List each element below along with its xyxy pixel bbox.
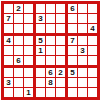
cell-r2c7-empty[interactable] (68, 14, 78, 24)
cell-r1c1-empty[interactable] (4, 4, 14, 14)
cell-r7c9-empty[interactable] (88, 68, 97, 78)
cell-r3c1-empty[interactable] (4, 24, 14, 36)
cell-r9c5-empty[interactable] (46, 88, 56, 97)
cell-r6c5-empty[interactable] (46, 56, 56, 68)
cell-r4c7-given: 7 (68, 36, 78, 46)
cell-r4c9-empty[interactable] (88, 36, 97, 46)
cell-r3c8-empty[interactable] (78, 24, 88, 36)
cell-r6c1-empty[interactable] (4, 56, 14, 68)
cell-r1c4-empty[interactable] (36, 4, 46, 14)
cell-r9c4-empty[interactable] (36, 88, 46, 97)
cell-r6c2-given: 6 (14, 56, 24, 68)
cell-r7c1-empty[interactable] (4, 68, 14, 78)
cell-r7c3-empty[interactable] (24, 68, 36, 78)
cell-r3c2-empty[interactable] (14, 24, 24, 36)
cell-r7c5-given: 6 (46, 68, 56, 78)
cell-r5c9-empty[interactable] (88, 46, 97, 56)
cell-r6c9-empty[interactable] (88, 56, 97, 68)
cell-r8c9-empty[interactable] (88, 78, 97, 88)
cell-r8c5-given: 8 (46, 78, 56, 88)
cell-r3c6-empty[interactable] (56, 24, 68, 36)
cell-r8c2-empty[interactable] (14, 78, 24, 88)
cell-r3c4-empty[interactable] (36, 24, 46, 36)
cell-r8c8-empty[interactable] (78, 78, 88, 88)
cell-r9c9-empty[interactable] (88, 88, 97, 97)
cell-r3c5-empty[interactable] (46, 24, 56, 36)
cell-r1c7-given: 6 (68, 4, 78, 14)
cell-r2c6-empty[interactable] (56, 14, 68, 24)
cell-r4c3-empty[interactable] (24, 36, 36, 46)
cell-r5c1-empty[interactable] (4, 46, 14, 56)
cell-r7c7-given: 5 (68, 68, 78, 78)
cell-r7c2-empty[interactable] (14, 68, 24, 78)
cell-r7c6-given: 2 (56, 68, 68, 78)
cell-r8c7-empty[interactable] (68, 78, 78, 88)
cell-r4c6-empty[interactable] (56, 36, 68, 46)
cell-r9c3-given: 1 (24, 88, 36, 97)
cell-r5c3-empty[interactable] (24, 46, 36, 56)
cell-r8c4-empty[interactable] (36, 78, 46, 88)
cell-r9c8-empty[interactable] (78, 88, 88, 97)
cell-r6c4-empty[interactable] (36, 56, 46, 68)
cell-r6c7-empty[interactable] (68, 56, 78, 68)
cell-r2c1-given: 7 (4, 14, 14, 24)
cell-r5c5-empty[interactable] (46, 46, 56, 56)
cell-r1c2-given: 2 (14, 4, 24, 14)
cell-r1c3-empty[interactable] (24, 4, 36, 14)
cell-r5c8-given: 3 (78, 46, 88, 56)
cell-r4c1-given: 4 (4, 36, 14, 46)
cell-r2c5-empty[interactable] (46, 14, 56, 24)
cell-r4c2-empty[interactable] (14, 36, 24, 46)
cell-r7c8-empty[interactable] (78, 68, 88, 78)
cell-r2c9-empty[interactable] (88, 14, 97, 24)
cell-r4c8-empty[interactable] (78, 36, 88, 46)
cell-r1c8-empty[interactable] (78, 4, 88, 14)
cell-r8c3-empty[interactable] (24, 78, 36, 88)
cell-r2c2-empty[interactable] (14, 14, 24, 24)
cell-r6c6-empty[interactable] (56, 56, 68, 68)
cell-r4c5-empty[interactable] (46, 36, 56, 46)
cell-r3c7-empty[interactable] (68, 24, 78, 36)
cell-r9c1-empty[interactable] (4, 88, 14, 97)
cell-r7c4-empty[interactable] (36, 68, 46, 78)
cell-r4c4-given: 5 (36, 36, 46, 46)
cell-r2c3-empty[interactable] (24, 14, 36, 24)
cell-r8c1-given: 3 (4, 78, 14, 88)
cell-r9c2-empty[interactable] (14, 88, 24, 97)
cell-r1c5-empty[interactable] (46, 4, 56, 14)
cell-r6c8-empty[interactable] (78, 56, 88, 68)
cell-r1c6-empty[interactable] (56, 4, 68, 14)
cell-r2c8-empty[interactable] (78, 14, 88, 24)
cell-r3c3-empty[interactable] (24, 24, 36, 36)
cell-r3c9-given: 4 (88, 24, 97, 36)
cell-r9c7-empty[interactable] (68, 88, 78, 97)
sudoku-board: 26734457136625381 (1, 1, 100, 100)
cell-r2c4-given: 3 (36, 14, 46, 24)
cell-r5c2-empty[interactable] (14, 46, 24, 56)
cell-r5c6-empty[interactable] (56, 46, 68, 56)
cell-r5c4-given: 1 (36, 46, 46, 56)
cell-r5c7-empty[interactable] (68, 46, 78, 56)
cell-r6c3-empty[interactable] (24, 56, 36, 68)
cell-r8c6-empty[interactable] (56, 78, 68, 88)
cell-r1c9-empty[interactable] (88, 4, 97, 14)
cell-r9c6-empty[interactable] (56, 88, 68, 97)
